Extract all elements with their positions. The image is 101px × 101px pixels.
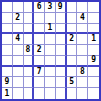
- sudoku-cell-empty[interactable]: [77, 24, 88, 35]
- sudoku-cell-empty[interactable]: [13, 56, 24, 67]
- sudoku-cell-empty[interactable]: [13, 2, 24, 13]
- sudoku-cell-empty[interactable]: [88, 13, 99, 24]
- sudoku-cell-given[interactable]: 2: [34, 45, 45, 56]
- sudoku-cell-empty[interactable]: [88, 2, 99, 13]
- sudoku-cell-empty[interactable]: [56, 56, 67, 67]
- sudoku-cell-empty[interactable]: [2, 34, 13, 45]
- sudoku-cell-empty[interactable]: [45, 67, 56, 78]
- sudoku-cell-empty[interactable]: [45, 88, 56, 99]
- sudoku-cell-empty[interactable]: [56, 67, 67, 78]
- sudoku-cell-empty[interactable]: [45, 13, 56, 24]
- sudoku-cell-empty[interactable]: [2, 24, 13, 35]
- sudoku-cell-empty[interactable]: [34, 24, 45, 35]
- sudoku-cell-empty[interactable]: [77, 56, 88, 67]
- sudoku-cell-empty[interactable]: [77, 88, 88, 99]
- sudoku-cell-given[interactable]: 8: [24, 45, 35, 56]
- sudoku-cell-empty[interactable]: [34, 88, 45, 99]
- sudoku-cell-empty[interactable]: [67, 2, 78, 13]
- sudoku-cell-empty[interactable]: [88, 67, 99, 78]
- sudoku-cell-empty[interactable]: [45, 45, 56, 56]
- sudoku-cell-empty[interactable]: [77, 45, 88, 56]
- sudoku-cell-empty[interactable]: [77, 34, 88, 45]
- sudoku-cell-empty[interactable]: [24, 67, 35, 78]
- sudoku-cell-empty[interactable]: [67, 67, 78, 78]
- sudoku-cell-empty[interactable]: [13, 67, 24, 78]
- sudoku-cell-empty[interactable]: [24, 56, 35, 67]
- sudoku-cell-empty[interactable]: [88, 88, 99, 99]
- sudoku-cell-empty[interactable]: [24, 88, 35, 99]
- sudoku-cell-empty[interactable]: [2, 56, 13, 67]
- sudoku-cell-empty[interactable]: [13, 77, 24, 88]
- sudoku-cell-empty[interactable]: [56, 13, 67, 24]
- sudoku-cell-empty[interactable]: [24, 34, 35, 45]
- sudoku-cell-empty[interactable]: [77, 2, 88, 13]
- sudoku-cell-empty[interactable]: [88, 77, 99, 88]
- sudoku-cell-empty[interactable]: [34, 56, 45, 67]
- sudoku-cell-given[interactable]: 1: [88, 34, 99, 45]
- sudoku-cell-empty[interactable]: [24, 24, 35, 35]
- sudoku-cell-empty[interactable]: [77, 77, 88, 88]
- sudoku-cell-empty[interactable]: [2, 67, 13, 78]
- sudoku-cell-given[interactable]: 9: [88, 56, 99, 67]
- sudoku-puzzle: 63924142182978951: [0, 0, 101, 101]
- sudoku-cell-empty[interactable]: [34, 77, 45, 88]
- sudoku-cell-given[interactable]: 4: [13, 34, 24, 45]
- sudoku-cell-empty[interactable]: [88, 45, 99, 56]
- sudoku-cell-empty[interactable]: [24, 2, 35, 13]
- sudoku-cell-given[interactable]: 1: [2, 88, 13, 99]
- sudoku-cell-given[interactable]: 4: [77, 13, 88, 24]
- sudoku-cell-empty[interactable]: [13, 45, 24, 56]
- sudoku-cell-given[interactable]: 7: [34, 67, 45, 78]
- sudoku-cell-empty[interactable]: [2, 13, 13, 24]
- sudoku-cell-empty[interactable]: [13, 88, 24, 99]
- sudoku-cell-empty[interactable]: [2, 45, 13, 56]
- sudoku-cell-empty[interactable]: [56, 24, 67, 35]
- sudoku-cell-given[interactable]: 2: [67, 34, 78, 45]
- sudoku-cell-empty[interactable]: [45, 34, 56, 45]
- sudoku-cell-given[interactable]: 8: [77, 67, 88, 78]
- sudoku-cell-empty[interactable]: [34, 13, 45, 24]
- sudoku-cell-empty[interactable]: [67, 88, 78, 99]
- sudoku-cell-empty[interactable]: [24, 77, 35, 88]
- sudoku-board: 63924142182978951: [0, 0, 101, 101]
- sudoku-cell-given[interactable]: 1: [45, 24, 56, 35]
- sudoku-cell-given[interactable]: 2: [13, 13, 24, 24]
- sudoku-cell-given[interactable]: 5: [67, 77, 78, 88]
- sudoku-cell-empty[interactable]: [45, 56, 56, 67]
- sudoku-cell-empty[interactable]: [67, 13, 78, 24]
- sudoku-cell-empty[interactable]: [2, 2, 13, 13]
- sudoku-cell-empty[interactable]: [34, 34, 45, 45]
- sudoku-cell-empty[interactable]: [56, 77, 67, 88]
- sudoku-cell-empty[interactable]: [56, 34, 67, 45]
- sudoku-cell-empty[interactable]: [67, 45, 78, 56]
- sudoku-cell-empty[interactable]: [67, 24, 78, 35]
- sudoku-cell-empty[interactable]: [67, 56, 78, 67]
- sudoku-cell-given[interactable]: 6: [34, 2, 45, 13]
- sudoku-cell-empty[interactable]: [24, 13, 35, 24]
- sudoku-cell-given[interactable]: 9: [2, 77, 13, 88]
- sudoku-cell-empty[interactable]: [88, 24, 99, 35]
- sudoku-cell-given[interactable]: 9: [56, 2, 67, 13]
- sudoku-cell-empty[interactable]: [13, 24, 24, 35]
- sudoku-cell-empty[interactable]: [56, 88, 67, 99]
- sudoku-cell-empty[interactable]: [45, 77, 56, 88]
- sudoku-cell-given[interactable]: 3: [45, 2, 56, 13]
- sudoku-cell-empty[interactable]: [56, 45, 67, 56]
